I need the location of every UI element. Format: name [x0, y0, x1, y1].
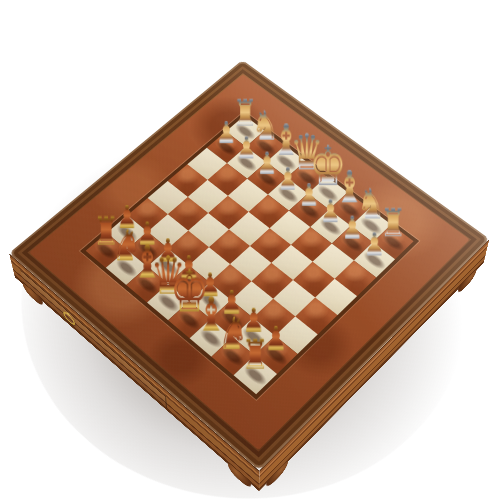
- black-pawn-h7[interactable]: ♟: [353, 228, 396, 260]
- ring-mount-knob: [67, 312, 71, 318]
- white-rook-h1[interactable]: ♜: [233, 333, 278, 374]
- chess-set-photo: ♜♞♝♛♚♝♞♜♟♟♟♟♟♟♟♟♟♟♟♟♟♟♟♟♜♞♝♛♚♝♞♜: [0, 0, 500, 500]
- case-foot-right: [457, 268, 477, 296]
